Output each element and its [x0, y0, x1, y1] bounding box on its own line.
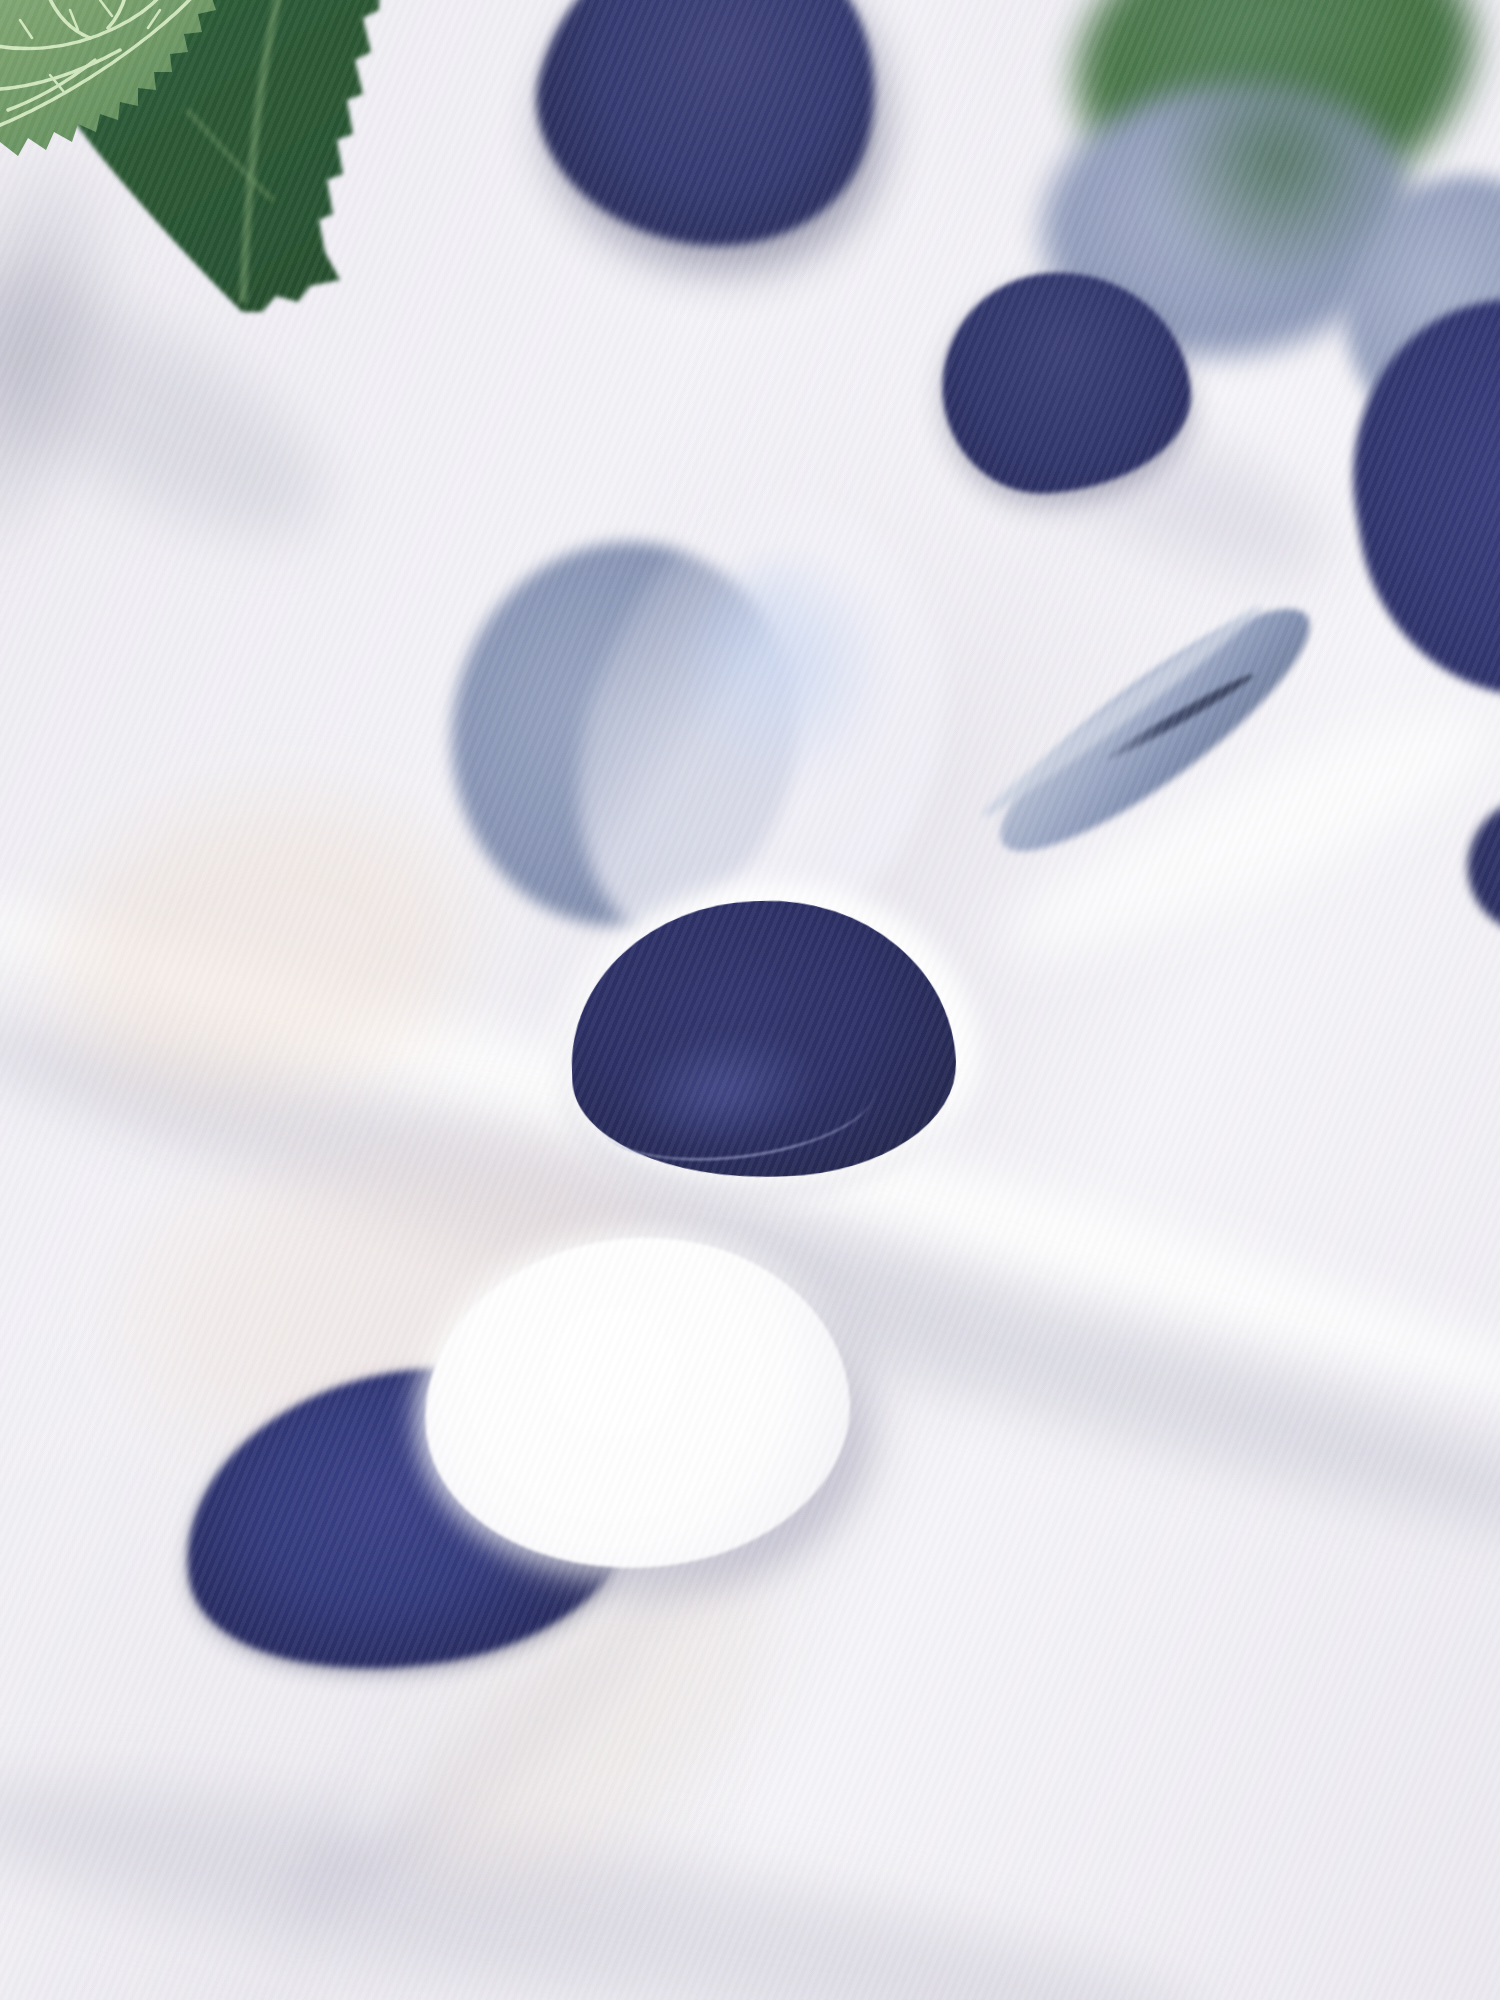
- petal-photo: [0, 0, 1500, 2000]
- petal-navy-top: [508, 0, 910, 281]
- petal-navy-right-lower: [1450, 781, 1500, 950]
- blurred-leaf-overlay: [1150, 30, 1410, 290]
- mint-leaf-cluster-icon: [0, 0, 420, 360]
